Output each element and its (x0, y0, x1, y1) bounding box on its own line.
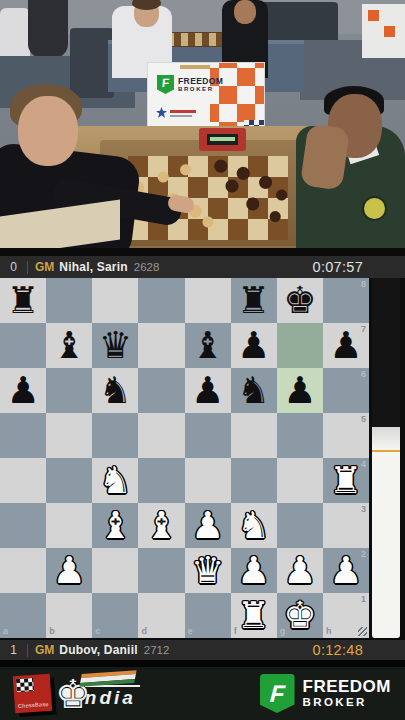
square-f2[interactable]: ♟ (231, 548, 277, 593)
black-king: ♚ (283, 279, 316, 323)
square-c5[interactable] (92, 413, 138, 458)
black-bishop: ♝ (191, 324, 224, 368)
digital-board-area: ♜♜♚8♝♛♝♟♟7♟♞♟♞♟65♞♜4♝♝♟♞3♟♛♟♟♟2abcde♜f♚g… (0, 278, 405, 638)
rank-label: 6 (361, 370, 366, 379)
square-b3[interactable] (46, 503, 92, 548)
square-f7[interactable]: ♟ (231, 323, 277, 368)
square-g1[interactable]: ♚g (277, 593, 323, 638)
venue-photo: F FREEDOM BROKER (0, 0, 405, 248)
freedom-shield-icon: F (260, 674, 295, 713)
rank-label: 2 (361, 550, 366, 559)
square-c6[interactable]: ♞ (92, 368, 138, 413)
freedom-broker-logo: F FREEDOM BROKER (260, 674, 392, 713)
divider (0, 248, 405, 256)
divider (0, 660, 405, 667)
rank-label: 7 (361, 325, 366, 334)
file-label: e (188, 627, 193, 636)
spectator-silhouette (28, 0, 68, 58)
player-name-black: Nihal, Sarin (59, 260, 127, 274)
square-h3[interactable]: 3 (323, 503, 369, 548)
jacket-crest-badge (362, 196, 387, 221)
square-b4[interactable] (46, 458, 92, 503)
foreground-player-left-face (18, 96, 78, 166)
square-b8[interactable] (46, 278, 92, 323)
square-g5[interactable] (277, 413, 323, 458)
chessbase-text: ChessBase (15, 701, 52, 710)
file-label: h (326, 627, 332, 636)
white-pawn: ♟ (283, 549, 316, 593)
square-f6[interactable]: ♞ (231, 368, 277, 413)
square-e2[interactable]: ♛ (185, 548, 231, 593)
sponsor-footer: ChessBase ♚ ndia F FREEDOM BROKER (0, 667, 405, 720)
square-d4[interactable] (138, 458, 184, 503)
black-pawn: ♟ (329, 324, 362, 368)
square-a8[interactable]: ♜ (0, 278, 46, 323)
file-label: c (95, 627, 100, 636)
square-h8[interactable]: 8 (323, 278, 369, 323)
chess-board[interactable]: ♜♜♚8♝♛♝♟♟7♟♞♟♞♟65♞♜4♝♝♟♞3♟♛♟♟♟2abcde♜f♚g… (0, 278, 369, 638)
square-a1[interactable]: a (0, 593, 46, 638)
white-pawn: ♟ (237, 549, 270, 593)
player-bar-black: 0 GM Nihal, Sarin 2628 0:07:57 (0, 256, 405, 278)
rank-label: 8 (361, 280, 366, 289)
india-wordmark: ndia (85, 685, 140, 709)
square-e3[interactable]: ♟ (185, 503, 231, 548)
separator (27, 261, 28, 274)
file-label: f (234, 627, 237, 636)
square-g7[interactable] (277, 323, 323, 368)
square-d6[interactable] (138, 368, 184, 413)
chess-clock (199, 128, 246, 151)
clock-white: 0:12:48 (313, 642, 363, 658)
square-b2[interactable]: ♟ (46, 548, 92, 593)
square-e6[interactable]: ♟ (185, 368, 231, 413)
black-knight: ♞ (237, 369, 270, 413)
black-pawn: ♟ (283, 369, 316, 413)
square-d3[interactable]: ♝ (138, 503, 184, 548)
square-c4[interactable]: ♞ (92, 458, 138, 503)
square-f1[interactable]: ♜f (231, 593, 277, 638)
square-a2[interactable] (0, 548, 46, 593)
white-rook: ♜ (329, 459, 362, 503)
square-g6[interactable]: ♟ (277, 368, 323, 413)
black-knight: ♞ (99, 369, 132, 413)
square-g8[interactable]: ♚ (277, 278, 323, 323)
square-d8[interactable] (138, 278, 184, 323)
file-label: a (3, 627, 8, 636)
black-pawn: ♟ (6, 369, 39, 413)
fide-emblem-icon (156, 107, 167, 118)
broadcast-screen: F FREEDOM BROKER 0 GM Nihal (0, 0, 405, 720)
file-label: b (49, 627, 55, 636)
square-c7[interactable]: ♛ (92, 323, 138, 368)
white-bishop: ♝ (99, 504, 132, 548)
evaluation-bar-white-fill (372, 427, 400, 638)
rank-label: 5 (361, 415, 366, 424)
player-rating-black: 2628 (134, 261, 160, 273)
white-rook: ♜ (237, 594, 270, 638)
background-player-head (234, 0, 256, 24)
white-pawn: ♟ (191, 504, 224, 548)
square-b7[interactable]: ♝ (46, 323, 92, 368)
square-a7[interactable] (0, 323, 46, 368)
checkerboard-icon (16, 678, 34, 692)
rank-label: 3 (361, 505, 366, 514)
square-g4[interactable] (277, 458, 323, 503)
square-d1[interactable]: d (138, 593, 184, 638)
square-h4[interactable]: ♜4 (323, 458, 369, 503)
square-e1[interactable]: e (185, 593, 231, 638)
square-c1[interactable]: c (92, 593, 138, 638)
freedom-text: FREEDOM (303, 678, 392, 695)
freedom-broker-shield-icon: F (157, 75, 174, 94)
square-h7[interactable]: ♟7 (323, 323, 369, 368)
square-h1[interactable]: 1h (323, 593, 369, 638)
freedom-broker-wordmark: FREEDOM BROKER (303, 678, 392, 709)
square-b1[interactable]: b (46, 593, 92, 638)
wall-panel-logo (368, 10, 379, 21)
square-f4[interactable] (231, 458, 277, 503)
black-rook: ♜ (6, 279, 39, 323)
banner-broker-text: BROKER (178, 86, 214, 92)
square-e7[interactable]: ♝ (185, 323, 231, 368)
match-score-black: 0 (0, 260, 27, 274)
square-g2[interactable]: ♟ (277, 548, 323, 593)
table-sponsor-banner: F FREEDOM BROKER (147, 62, 265, 135)
square-h5[interactable]: 5 (323, 413, 369, 458)
rank-label: 4 (361, 460, 366, 469)
square-f3[interactable]: ♞ (231, 503, 277, 548)
square-c8[interactable] (92, 278, 138, 323)
white-pawn: ♟ (329, 549, 362, 593)
square-d5[interactable] (138, 413, 184, 458)
square-h2[interactable]: ♟2 (323, 548, 369, 593)
player-bar-white: 1 GM Dubov, Daniil 2712 0:12:48 (0, 640, 405, 660)
square-h6[interactable]: 6 (323, 368, 369, 413)
rank-label: 1 (361, 595, 366, 604)
separator (27, 644, 28, 657)
player-rating-white: 2712 (144, 644, 170, 656)
white-queen: ♛ (191, 549, 224, 593)
white-king: ♚ (283, 594, 316, 638)
evaluation-bar (372, 278, 400, 638)
black-bishop: ♝ (53, 324, 86, 368)
evaluation-bar-marker (372, 450, 400, 452)
board-resize-handle[interactable] (358, 627, 367, 636)
banner-event-subtext (170, 115, 192, 117)
white-bishop: ♝ (145, 504, 178, 548)
wall-panel-logo (384, 26, 395, 37)
square-d2[interactable] (138, 548, 184, 593)
square-b6[interactable] (46, 368, 92, 413)
square-a6[interactable]: ♟ (0, 368, 46, 413)
black-queen: ♛ (99, 324, 132, 368)
square-e8[interactable] (185, 278, 231, 323)
banner-event-text (170, 110, 196, 113)
square-f8[interactable]: ♜ (231, 278, 277, 323)
square-d7[interactable] (138, 323, 184, 368)
square-a5[interactable] (0, 413, 46, 458)
india-text: ndia (85, 685, 140, 709)
file-label: g (280, 627, 286, 636)
file-label: d (141, 627, 147, 636)
broker-text: BROKER (303, 697, 392, 709)
square-f5[interactable] (231, 413, 277, 458)
white-pawn: ♟ (53, 549, 86, 593)
match-score-white: 1 (0, 643, 27, 657)
square-e5[interactable] (185, 413, 231, 458)
square-e4[interactable] (185, 458, 231, 503)
black-rook: ♜ (237, 279, 270, 323)
black-pawn: ♟ (191, 369, 224, 413)
square-a4[interactable] (0, 458, 46, 503)
chessbase-red-box: ChessBase (13, 674, 52, 713)
square-c3[interactable]: ♝ (92, 503, 138, 548)
chessbase-india-logo: ChessBase ♚ ndia (14, 670, 140, 718)
player-name-white: Dubov, Daniil (59, 643, 137, 657)
player-title-black: GM (35, 260, 54, 274)
clock-black: 0:07:57 (313, 259, 363, 275)
white-knight: ♞ (237, 504, 270, 548)
square-c2[interactable] (92, 548, 138, 593)
square-a3[interactable] (0, 503, 46, 548)
black-pawn: ♟ (237, 324, 270, 368)
player-title-white: GM (35, 643, 54, 657)
white-knight: ♞ (99, 459, 132, 503)
square-b5[interactable] (46, 413, 92, 458)
banner-freedom-text: FREEDOM (178, 76, 223, 86)
square-g3[interactable] (277, 503, 323, 548)
